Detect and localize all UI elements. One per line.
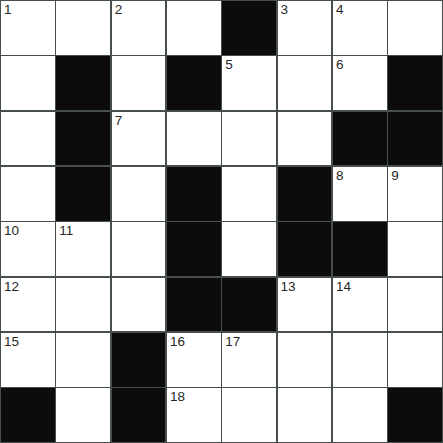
letter-cell-r1c6[interactable]: 6	[333, 56, 387, 110]
block-cell-r4c6	[333, 222, 387, 276]
letter-cell-r2c4[interactable]	[222, 112, 276, 166]
clue-number-8: 8	[336, 168, 344, 184]
clue-number-11: 11	[59, 223, 73, 239]
letter-cell-r0c3[interactable]	[167, 1, 221, 55]
block-cell-r1c7	[388, 56, 442, 110]
letter-cell-r2c2[interactable]: 7	[112, 112, 166, 166]
letter-cell-r1c0[interactable]	[1, 56, 55, 110]
letter-cell-r2c5[interactable]	[278, 112, 332, 166]
letter-cell-r2c3[interactable]	[167, 112, 221, 166]
block-cell-r2c1	[56, 112, 110, 166]
block-cell-r2c7	[388, 112, 442, 166]
block-cell-r7c7	[388, 388, 442, 442]
letter-cell-r6c0[interactable]: 15	[1, 333, 55, 387]
letter-cell-r0c2[interactable]: 2	[112, 1, 166, 55]
clue-number-13: 13	[281, 279, 296, 295]
clue-number-12: 12	[4, 279, 19, 295]
block-cell-r0c4	[222, 1, 276, 55]
clue-number-6: 6	[336, 57, 344, 73]
letter-cell-r1c2[interactable]	[112, 56, 166, 110]
letter-cell-r6c1[interactable]	[56, 333, 110, 387]
crossword-board: 123456789101112131415161718	[0, 0, 443, 443]
letter-cell-r7c5[interactable]	[278, 388, 332, 442]
block-cell-r3c3	[167, 167, 221, 221]
letter-cell-r6c7[interactable]	[388, 333, 442, 387]
letter-cell-r0c7[interactable]	[388, 1, 442, 55]
letter-cell-r0c5[interactable]: 3	[278, 1, 332, 55]
letter-cell-r5c0[interactable]: 12	[1, 278, 55, 332]
clue-number-14: 14	[336, 279, 351, 295]
block-cell-r5c4	[222, 278, 276, 332]
letter-cell-r6c5[interactable]	[278, 333, 332, 387]
letter-cell-r5c1[interactable]	[56, 278, 110, 332]
clue-number-1: 1	[4, 2, 12, 18]
letter-cell-r7c4[interactable]	[222, 388, 276, 442]
block-cell-r7c0	[1, 388, 55, 442]
clue-number-5: 5	[225, 57, 233, 73]
letter-cell-r3c0[interactable]	[1, 167, 55, 221]
letter-cell-r1c5[interactable]	[278, 56, 332, 110]
letter-cell-r6c6[interactable]	[333, 333, 387, 387]
letter-cell-r5c2[interactable]	[112, 278, 166, 332]
block-cell-r1c3	[167, 56, 221, 110]
clue-number-10: 10	[4, 223, 19, 239]
letter-cell-r0c0[interactable]: 1	[1, 1, 55, 55]
letter-cell-r0c1[interactable]	[56, 1, 110, 55]
letter-cell-r5c5[interactable]: 13	[278, 278, 332, 332]
block-cell-r6c2	[112, 333, 166, 387]
letter-cell-r4c7[interactable]	[388, 222, 442, 276]
block-cell-r1c1	[56, 56, 110, 110]
letter-cell-r5c6[interactable]: 14	[333, 278, 387, 332]
clue-number-16: 16	[170, 334, 185, 350]
letter-cell-r6c3[interactable]: 16	[167, 333, 221, 387]
clue-number-7: 7	[115, 113, 123, 129]
clue-number-9: 9	[391, 168, 399, 184]
clue-number-2: 2	[115, 2, 123, 18]
block-cell-r7c2	[112, 388, 166, 442]
letter-cell-r0c6[interactable]: 4	[333, 1, 387, 55]
letter-cell-r1c4[interactable]: 5	[222, 56, 276, 110]
block-cell-r4c3	[167, 222, 221, 276]
letter-cell-r7c6[interactable]	[333, 388, 387, 442]
letter-cell-r3c7[interactable]: 9	[388, 167, 442, 221]
clue-number-15: 15	[4, 334, 19, 350]
clue-number-3: 3	[281, 2, 289, 18]
letter-cell-r6c4[interactable]: 17	[222, 333, 276, 387]
block-cell-r2c6	[333, 112, 387, 166]
letter-cell-r7c3[interactable]: 18	[167, 388, 221, 442]
clue-number-18: 18	[170, 389, 185, 405]
letter-cell-r2c0[interactable]	[1, 112, 55, 166]
letter-cell-r5c7[interactable]	[388, 278, 442, 332]
letter-cell-r3c2[interactable]	[112, 167, 166, 221]
clue-number-17: 17	[225, 334, 240, 350]
letter-cell-r4c4[interactable]	[222, 222, 276, 276]
block-cell-r3c1	[56, 167, 110, 221]
letter-cell-r4c1[interactable]: 11	[56, 222, 110, 276]
letter-cell-r4c0[interactable]: 10	[1, 222, 55, 276]
block-cell-r3c5	[278, 167, 332, 221]
letter-cell-r4c2[interactable]	[112, 222, 166, 276]
letter-cell-r7c1[interactable]	[56, 388, 110, 442]
block-cell-r4c5	[278, 222, 332, 276]
letter-cell-r3c6[interactable]: 8	[333, 167, 387, 221]
letter-cell-r3c4[interactable]	[222, 167, 276, 221]
block-cell-r5c3	[167, 278, 221, 332]
clue-number-4: 4	[336, 2, 344, 18]
